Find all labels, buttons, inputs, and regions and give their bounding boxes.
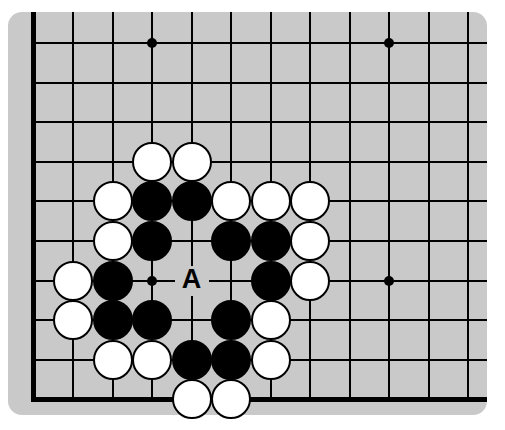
board-point[interactable] (409, 63, 449, 103)
white-stone (172, 379, 212, 419)
board-point[interactable] (172, 221, 212, 261)
board-point[interactable] (369, 142, 409, 182)
board-point[interactable] (251, 300, 291, 340)
board-point[interactable] (369, 380, 409, 420)
black-stone (251, 261, 291, 301)
black-stone (251, 221, 291, 261)
board-point[interactable] (330, 63, 370, 103)
board-point[interactable] (93, 23, 133, 63)
board-point[interactable] (132, 300, 172, 340)
board-point[interactable] (53, 300, 93, 340)
board-point[interactable] (409, 261, 449, 301)
board-point[interactable] (211, 63, 251, 103)
board-point[interactable] (330, 221, 370, 261)
black-stone (132, 181, 172, 221)
board-point[interactable] (448, 142, 488, 182)
board-point[interactable] (290, 261, 330, 301)
board-point[interactable]: A (172, 261, 212, 301)
board-point[interactable] (14, 380, 54, 420)
board-point[interactable] (290, 182, 330, 222)
point-label-a: A (182, 266, 202, 293)
board-point[interactable] (369, 340, 409, 380)
black-stone (132, 221, 172, 261)
go-diagram-screenshot: A (0, 0, 505, 430)
board-point[interactable] (132, 23, 172, 63)
white-stone (290, 261, 330, 301)
board-point[interactable] (369, 300, 409, 340)
board-point[interactable] (369, 221, 409, 261)
board-point[interactable] (14, 261, 54, 301)
board-point[interactable] (251, 63, 291, 103)
board-point[interactable] (211, 23, 251, 63)
white-stone (211, 379, 251, 419)
white-stone (132, 142, 172, 182)
board-point-grid: A (14, 23, 488, 419)
board-point[interactable] (14, 221, 54, 261)
board-point[interactable] (53, 221, 93, 261)
board-point[interactable] (93, 221, 133, 261)
board-point[interactable] (172, 182, 212, 222)
board-point[interactable] (53, 380, 93, 420)
board-point[interactable] (93, 340, 133, 380)
board-point[interactable] (290, 23, 330, 63)
black-stone (93, 261, 133, 301)
board-point[interactable] (93, 142, 133, 182)
board-point[interactable] (53, 340, 93, 380)
board-point[interactable] (290, 340, 330, 380)
board-point[interactable] (330, 340, 370, 380)
board-point[interactable] (409, 102, 449, 142)
board-point[interactable] (251, 142, 291, 182)
board-point[interactable] (251, 23, 291, 63)
black-stone (211, 340, 251, 380)
black-stone (172, 340, 212, 380)
board-point[interactable] (369, 182, 409, 222)
board-point[interactable] (409, 300, 449, 340)
board-point[interactable] (132, 182, 172, 222)
board-point[interactable] (14, 102, 54, 142)
white-stone (251, 340, 291, 380)
white-stone (53, 261, 93, 301)
board-point[interactable] (290, 102, 330, 142)
board-point[interactable] (14, 63, 54, 103)
star-point (147, 276, 157, 286)
board-point[interactable] (93, 300, 133, 340)
board-point[interactable] (53, 261, 93, 301)
star-point (384, 38, 394, 48)
board-point[interactable] (132, 142, 172, 182)
board-point[interactable] (409, 142, 449, 182)
board-point[interactable] (290, 300, 330, 340)
board-point[interactable] (53, 142, 93, 182)
board-point[interactable] (93, 102, 133, 142)
board-point[interactable] (251, 380, 291, 420)
black-stone (132, 300, 172, 340)
board-point[interactable] (369, 102, 409, 142)
board-point[interactable] (93, 182, 133, 222)
board-point[interactable] (409, 23, 449, 63)
board-point[interactable] (53, 182, 93, 222)
board-point[interactable] (53, 102, 93, 142)
white-stone (251, 181, 291, 221)
white-stone (53, 300, 93, 340)
board-point[interactable] (330, 23, 370, 63)
board-point[interactable] (14, 300, 54, 340)
board-point[interactable] (290, 221, 330, 261)
board-point[interactable] (211, 142, 251, 182)
white-stone (251, 300, 291, 340)
board-point[interactable] (14, 142, 54, 182)
board-point[interactable] (132, 340, 172, 380)
board-point[interactable] (211, 102, 251, 142)
board-point[interactable] (448, 63, 488, 103)
white-stone (211, 181, 251, 221)
board-point[interactable] (211, 380, 251, 420)
board-point[interactable] (132, 221, 172, 261)
board-point[interactable] (172, 300, 212, 340)
board-point[interactable] (409, 380, 449, 420)
board-point[interactable] (211, 300, 251, 340)
board-point[interactable] (93, 261, 133, 301)
star-point (384, 276, 394, 286)
board-point[interactable] (14, 23, 54, 63)
board-point[interactable] (448, 23, 488, 63)
board-point[interactable] (448, 182, 488, 222)
board-point[interactable] (93, 380, 133, 420)
black-stone (93, 300, 133, 340)
board-point[interactable] (448, 380, 488, 420)
board-point[interactable] (369, 261, 409, 301)
black-stone (211, 300, 251, 340)
board-point[interactable] (172, 380, 212, 420)
board-point[interactable] (172, 340, 212, 380)
board-point[interactable] (369, 63, 409, 103)
board-point[interactable] (172, 23, 212, 63)
board-point[interactable] (330, 380, 370, 420)
white-stone (93, 340, 133, 380)
board-point[interactable] (409, 221, 449, 261)
board-point[interactable] (211, 261, 251, 301)
board-point[interactable] (251, 102, 291, 142)
white-stone (93, 181, 133, 221)
board-point[interactable] (172, 63, 212, 103)
board-point[interactable] (251, 221, 291, 261)
board-point[interactable] (330, 300, 370, 340)
board-point[interactable] (132, 261, 172, 301)
white-stone (290, 221, 330, 261)
board-point[interactable] (290, 380, 330, 420)
white-stone (132, 340, 172, 380)
board-point[interactable] (14, 340, 54, 380)
board-point[interactable] (211, 182, 251, 222)
board-point[interactable] (251, 182, 291, 222)
white-stone (290, 181, 330, 221)
board-point[interactable] (53, 23, 93, 63)
board-point[interactable] (330, 102, 370, 142)
board-point[interactable] (251, 261, 291, 301)
board-point[interactable] (409, 340, 449, 380)
board-point[interactable] (448, 300, 488, 340)
board-point[interactable] (448, 221, 488, 261)
board-point[interactable] (330, 142, 370, 182)
board-point[interactable] (93, 63, 133, 103)
white-stone (172, 142, 212, 182)
board-point[interactable] (132, 63, 172, 103)
board-point[interactable] (172, 102, 212, 142)
board-point[interactable] (14, 182, 54, 222)
board-point[interactable] (211, 340, 251, 380)
white-stone (93, 221, 133, 261)
board-point[interactable] (132, 380, 172, 420)
board-point[interactable] (172, 142, 212, 182)
board-point[interactable] (369, 23, 409, 63)
board-point[interactable] (330, 182, 370, 222)
board-point[interactable] (251, 340, 291, 380)
black-stone (172, 181, 212, 221)
board-point[interactable] (448, 340, 488, 380)
board-point[interactable] (290, 142, 330, 182)
black-stone (211, 221, 251, 261)
board-point[interactable] (330, 261, 370, 301)
board-point[interactable] (290, 63, 330, 103)
board-point[interactable] (448, 102, 488, 142)
board-point[interactable] (409, 182, 449, 222)
board-point[interactable] (132, 102, 172, 142)
star-point (147, 38, 157, 48)
board-point[interactable] (53, 63, 93, 103)
board-point[interactable] (448, 261, 488, 301)
board-point[interactable] (211, 221, 251, 261)
